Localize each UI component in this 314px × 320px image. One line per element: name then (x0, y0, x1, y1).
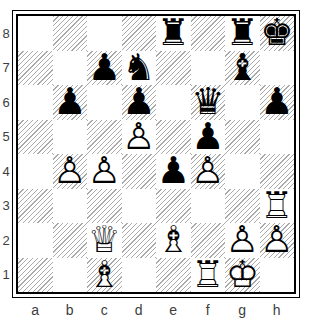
piece-black-queen: ♛ (191, 83, 224, 120)
piece-black-rook: ♜ (157, 14, 190, 51)
square-e7[interactable] (156, 51, 191, 86)
square-c3[interactable] (87, 189, 122, 224)
square-g5[interactable] (225, 120, 260, 155)
square-f2[interactable] (191, 223, 226, 258)
square-b2[interactable] (53, 223, 88, 258)
file-labels: abcdefgh (18, 300, 294, 320)
piece-white-bishop: ♗ (88, 256, 121, 293)
board-grid: ♜♜♚♟♞♝♟♟♛♟♟♙♟♟♙♟♙♟♟♙♜♖♛♕♝♗♟♙♟♙♝♗♜♖♚♔ (18, 16, 294, 292)
file-label-b: b (53, 300, 88, 320)
square-a2[interactable] (18, 223, 53, 258)
white-pawn-fill: ♟ (226, 221, 259, 258)
rank-labels: 87654321 (0, 16, 12, 292)
piece-white-pawn: ♙ (53, 152, 86, 189)
piece-black-knight: ♞ (122, 49, 155, 86)
square-a6[interactable] (18, 85, 53, 120)
white-pawn-fill: ♟ (53, 152, 86, 189)
white-pawn-fill: ♟ (191, 152, 224, 189)
piece-black-pawn: ♟ (88, 49, 121, 86)
square-b6[interactable]: ♟ (53, 85, 88, 120)
white-bishop-fill: ♝ (157, 221, 190, 258)
square-d6[interactable]: ♟ (122, 85, 157, 120)
square-d1[interactable] (122, 258, 157, 293)
square-b8[interactable] (53, 16, 88, 51)
square-d4[interactable] (122, 154, 157, 189)
square-a4[interactable] (18, 154, 53, 189)
white-rook-fill: ♜ (191, 256, 224, 293)
square-b3[interactable] (53, 189, 88, 224)
square-f3[interactable] (191, 189, 226, 224)
file-label-f: f (191, 300, 226, 320)
square-h5[interactable] (260, 120, 295, 155)
square-g4[interactable] (225, 154, 260, 189)
square-b7[interactable] (53, 51, 88, 86)
square-f5[interactable]: ♟ (191, 120, 226, 155)
rank-label-2: 2 (0, 223, 12, 258)
piece-black-pawn: ♟ (191, 118, 224, 155)
square-b5[interactable] (53, 120, 88, 155)
file-label-e: e (156, 300, 191, 320)
rank-label-1: 1 (0, 258, 12, 293)
white-rook-fill: ♜ (260, 187, 293, 224)
square-e5[interactable] (156, 120, 191, 155)
square-g8[interactable]: ♜ (225, 16, 260, 51)
square-g6[interactable] (225, 85, 260, 120)
piece-white-pawn: ♙ (122, 118, 155, 155)
square-d8[interactable] (122, 16, 157, 51)
chess-diagram: 87654321 ♜♜♚♟♞♝♟♟♛♟♟♙♟♟♙♟♙♟♟♙♜♖♛♕♝♗♟♙♟♙♝… (0, 0, 314, 320)
square-c8[interactable] (87, 16, 122, 51)
square-c4[interactable]: ♟♙ (87, 154, 122, 189)
square-f8[interactable] (191, 16, 226, 51)
piece-white-pawn: ♙ (226, 221, 259, 258)
file-label-h: h (260, 300, 295, 320)
white-bishop-fill: ♝ (88, 256, 121, 293)
square-a3[interactable] (18, 189, 53, 224)
square-e6[interactable] (156, 85, 191, 120)
piece-black-bishop: ♝ (226, 49, 259, 86)
square-d2[interactable] (122, 223, 157, 258)
square-h2[interactable]: ♟♙ (260, 223, 295, 258)
file-label-c: c (87, 300, 122, 320)
piece-white-bishop: ♗ (157, 221, 190, 258)
square-h7[interactable] (260, 51, 295, 86)
piece-white-rook: ♖ (191, 256, 224, 293)
piece-black-king: ♚ (260, 14, 293, 51)
rank-label-3: 3 (0, 189, 12, 224)
white-queen-fill: ♛ (88, 221, 121, 258)
square-g2[interactable]: ♟♙ (225, 223, 260, 258)
piece-black-pawn: ♟ (260, 83, 293, 120)
piece-white-rook: ♖ (260, 187, 293, 224)
piece-white-queen: ♕ (88, 221, 121, 258)
rank-label-5: 5 (0, 120, 12, 155)
square-g7[interactable]: ♝ (225, 51, 260, 86)
piece-black-pawn: ♟ (53, 83, 86, 120)
square-d7[interactable]: ♞ (122, 51, 157, 86)
file-label-a: a (18, 300, 53, 320)
square-g1[interactable]: ♚♔ (225, 258, 260, 293)
rank-label-8: 8 (0, 16, 12, 51)
white-pawn-fill: ♟ (122, 118, 155, 155)
square-c1[interactable]: ♝♗ (87, 258, 122, 293)
piece-white-pawn: ♙ (260, 221, 293, 258)
piece-white-pawn: ♙ (88, 152, 121, 189)
square-d3[interactable] (122, 189, 157, 224)
square-h8[interactable]: ♚ (260, 16, 295, 51)
rank-label-6: 6 (0, 85, 12, 120)
piece-black-pawn: ♟ (157, 152, 190, 189)
square-g3[interactable] (225, 189, 260, 224)
square-a1[interactable] (18, 258, 53, 293)
square-d5[interactable]: ♟♙ (122, 120, 157, 155)
square-e4[interactable]: ♟ (156, 154, 191, 189)
piece-black-rook: ♜ (226, 14, 259, 51)
board-border: ♜♜♚♟♞♝♟♟♛♟♟♙♟♟♙♟♙♟♟♙♜♖♛♕♝♗♟♙♟♙♝♗♜♖♚♔ (16, 14, 296, 294)
square-c5[interactable] (87, 120, 122, 155)
square-f7[interactable] (191, 51, 226, 86)
square-f4[interactable]: ♟♙ (191, 154, 226, 189)
square-b4[interactable]: ♟♙ (53, 154, 88, 189)
piece-white-king: ♔ (226, 256, 259, 293)
square-c7[interactable]: ♟ (87, 51, 122, 86)
square-b1[interactable] (53, 258, 88, 293)
white-pawn-fill: ♟ (88, 152, 121, 189)
rank-label-7: 7 (0, 51, 12, 86)
white-king-fill: ♚ (226, 256, 259, 293)
square-e3[interactable] (156, 189, 191, 224)
white-pawn-fill: ♟ (260, 221, 293, 258)
square-h4[interactable] (260, 154, 295, 189)
piece-white-pawn: ♙ (191, 152, 224, 189)
square-e2[interactable]: ♝♗ (156, 223, 191, 258)
square-c2[interactable]: ♛♕ (87, 223, 122, 258)
square-h6[interactable]: ♟ (260, 85, 295, 120)
square-f6[interactable]: ♛ (191, 85, 226, 120)
square-h3[interactable]: ♜♖ (260, 189, 295, 224)
rank-label-4: 4 (0, 154, 12, 189)
square-a5[interactable] (18, 120, 53, 155)
square-a7[interactable] (18, 51, 53, 86)
piece-black-pawn: ♟ (122, 83, 155, 120)
square-e8[interactable]: ♜ (156, 16, 191, 51)
square-c6[interactable] (87, 85, 122, 120)
file-label-g: g (225, 300, 260, 320)
file-label-d: d (122, 300, 157, 320)
square-f1[interactable]: ♜♖ (191, 258, 226, 293)
square-e1[interactable] (156, 258, 191, 293)
square-a8[interactable] (18, 16, 53, 51)
square-h1[interactable] (260, 258, 295, 293)
board-frame: ♜♜♚♟♞♝♟♟♛♟♟♙♟♟♙♟♙♟♟♙♜♖♛♕♝♗♟♙♟♙♝♗♜♖♚♔ (12, 10, 300, 298)
